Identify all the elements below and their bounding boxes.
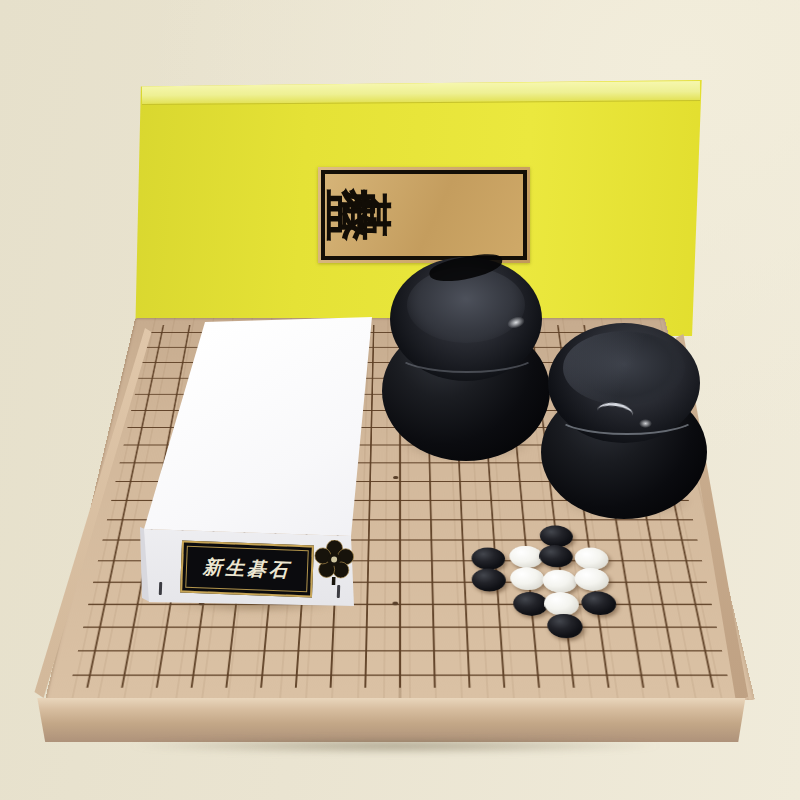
board-box-top-edge [142, 81, 700, 105]
hoshi-point [393, 476, 398, 479]
stones-box-white: 新生碁石 [138, 314, 384, 614]
go-bowl-black-left [381, 257, 553, 463]
go-set-product-photo: 碁盤 新生碁石 [0, 0, 800, 800]
box-slit-right [337, 585, 340, 598]
white-stone[interactable] [574, 568, 611, 591]
hoshi-point [393, 601, 399, 605]
white-stone[interactable] [574, 548, 611, 570]
box-slit-left [159, 582, 162, 595]
black-stone[interactable] [538, 545, 574, 567]
board-front-edge [33, 698, 749, 742]
black-stone[interactable] [546, 614, 584, 638]
black-stone[interactable] [472, 569, 508, 592]
board-floor-shadow [22, 737, 768, 759]
bowl-lid-top [563, 331, 685, 405]
goban-label-frame: 碁盤 [321, 170, 527, 260]
black-stone[interactable] [580, 592, 618, 616]
stones-box-label-plate: 新生碁石 [180, 540, 314, 597]
bowl-rim-highlight [395, 333, 539, 373]
go-bowl-black-right [541, 323, 709, 521]
black-stone[interactable] [539, 526, 574, 547]
white-stone[interactable] [543, 592, 580, 616]
stones-box-label-text: 新生碁石 [203, 554, 292, 583]
goban-label-plate: 碁盤 [318, 167, 530, 263]
bowl-specular-glint [639, 419, 652, 428]
plum-blossom-emblem [313, 539, 355, 586]
goban-label-text: 碁盤 [412, 188, 436, 242]
black-stone[interactable] [471, 548, 506, 570]
white-stone[interactable] [542, 570, 579, 593]
white-stone[interactable] [510, 567, 546, 590]
